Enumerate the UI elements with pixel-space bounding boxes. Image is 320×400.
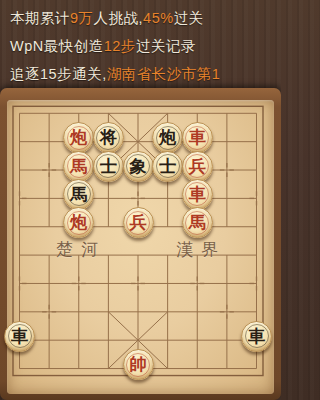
piece-red-horse[interactable]: 馬	[63, 151, 94, 182]
stat-text: 过关	[174, 10, 204, 26]
piece-red-chariot[interactable]: 車	[182, 122, 213, 153]
piece-glyph: 将	[100, 129, 117, 146]
game-screen: { "header": { "line1": {"p1": "本期累计", "p…	[0, 0, 281, 400]
piece-red-soldier[interactable]: 兵	[182, 151, 213, 182]
stat-line-record: WpN最快创造12步过关记录	[10, 32, 274, 60]
stat-text: 过关记录	[136, 38, 196, 54]
piece-black-advisor[interactable]: 士	[93, 151, 124, 182]
stat-pass-rate: 45%	[143, 10, 174, 26]
piece-red-soldier[interactable]: 兵	[123, 207, 154, 238]
piece-glyph: 馬	[70, 185, 87, 202]
stat-text: 追逐15步通关,	[10, 66, 107, 82]
piece-red-chariot[interactable]: 車	[182, 179, 213, 210]
piece-glyph: 車	[189, 129, 206, 146]
piece-glyph: 車	[189, 185, 206, 202]
piece-glyph: 車	[248, 327, 265, 344]
stat-text: 本期累计	[10, 10, 70, 26]
river-label-left: 楚河	[56, 238, 106, 261]
piece-black-advisor[interactable]: 士	[152, 151, 183, 182]
piece-glyph: 炮	[70, 214, 87, 231]
piece-black-general[interactable]: 将	[93, 122, 124, 153]
piece-glyph: 炮	[159, 129, 176, 146]
piece-glyph: 士	[100, 157, 117, 174]
piece-glyph: 兵	[130, 214, 147, 231]
piece-glyph: 士	[159, 157, 176, 174]
stat-line-goal: 追逐15步通关,湖南省长沙市第1	[10, 60, 274, 88]
piece-glyph: 兵	[189, 157, 206, 174]
piece-glyph: 車	[11, 327, 28, 344]
piece-black-elephant[interactable]: 象	[123, 151, 154, 182]
xiangqi-board[interactable]: 楚河 漢界 炮将炮車馬士象士兵馬車炮兵馬車車帥	[0, 88, 281, 400]
piece-red-general[interactable]: 帥	[123, 349, 154, 380]
river-label-right: 漢界	[176, 238, 226, 261]
stat-participants-count: 9万	[70, 10, 94, 26]
piece-glyph: 馬	[189, 214, 206, 231]
piece-red-horse[interactable]: 馬	[182, 207, 213, 238]
piece-black-chariot[interactable]: 車	[4, 321, 35, 352]
stat-record-steps: 12步	[104, 38, 136, 54]
piece-glyph: 帥	[130, 356, 147, 373]
piece-glyph: 象	[130, 157, 147, 174]
piece-black-chariot[interactable]: 車	[241, 321, 272, 352]
stat-text: 人挑战,	[94, 10, 144, 26]
challenge-stats: 本期累计9万人挑战,45%过关 WpN最快创造12步过关记录 追逐15步通关,湖…	[10, 4, 274, 88]
piece-glyph: 馬	[70, 157, 87, 174]
stat-line-participants: 本期累计9万人挑战,45%过关	[10, 4, 274, 32]
stat-text: WpN最快创造	[10, 38, 104, 54]
piece-glyph: 炮	[70, 129, 87, 146]
stat-region-rank: 湖南省长沙市第1	[107, 66, 221, 82]
piece-black-horse[interactable]: 馬	[63, 179, 94, 210]
